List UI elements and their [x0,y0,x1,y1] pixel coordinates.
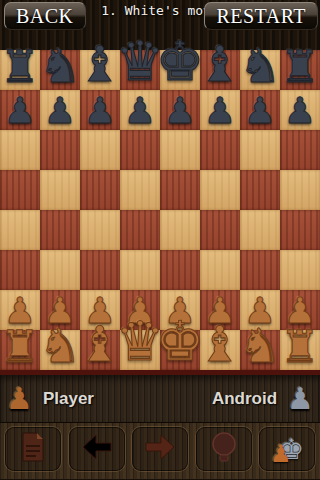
square-d4[interactable] [120,210,160,250]
hint-button[interactable] [196,427,252,471]
square-f8[interactable]: ♝ [200,50,240,90]
black-player-name: Android [212,389,277,409]
chess-pieces-icon: ♚ ♟ [270,432,304,466]
square-d5[interactable] [120,170,160,210]
piece-white-rook[interactable]: ♜ [0,325,39,369]
square-c5[interactable] [80,170,120,210]
square-g5[interactable] [240,170,280,210]
piece-white-knight[interactable]: ♞ [39,322,81,369]
piece-black-pawn[interactable]: ♟ [84,93,116,129]
piece-black-rook[interactable]: ♜ [0,45,39,89]
arrow-left-icon [82,434,112,464]
square-f1[interactable]: ♝ [200,330,240,370]
square-e8[interactable]: ♚ [160,50,200,90]
square-h4[interactable] [280,210,320,250]
piece-black-pawn[interactable]: ♟ [244,93,276,129]
square-d6[interactable] [120,130,160,170]
square-g4[interactable] [240,210,280,250]
square-h8[interactable]: ♜ [280,50,320,90]
square-e1[interactable]: ♚ [160,330,200,370]
square-h7[interactable]: ♟ [280,90,320,130]
square-a1[interactable]: ♜ [0,330,40,370]
square-f5[interactable] [200,170,240,210]
square-c3[interactable] [80,250,120,290]
square-f6[interactable] [200,130,240,170]
square-g6[interactable] [240,130,280,170]
chess-app-screen: BACK 1. White's move RESTART ♜♞♝♛♚♝♞♜♟♟♟… [0,0,320,480]
square-b7[interactable]: ♟ [40,90,80,130]
square-a3[interactable] [0,250,40,290]
redo-move-button[interactable] [132,427,188,471]
piece-white-knight[interactable]: ♞ [239,322,281,369]
black-pawn-icon: ♟ [287,384,314,414]
square-e6[interactable] [160,130,200,170]
square-e4[interactable] [160,210,200,250]
square-c7[interactable]: ♟ [80,90,120,130]
square-b8[interactable]: ♞ [40,50,80,90]
square-f4[interactable] [200,210,240,250]
arrow-right-icon [145,434,175,464]
piece-black-knight[interactable]: ♞ [239,42,281,89]
square-a7[interactable]: ♟ [0,90,40,130]
square-f7[interactable]: ♟ [200,90,240,130]
piece-black-pawn[interactable]: ♟ [44,93,76,129]
square-e3[interactable] [160,250,200,290]
piece-black-king[interactable]: ♚ [156,35,204,89]
square-b5[interactable] [40,170,80,210]
piece-black-pawn[interactable]: ♟ [284,93,316,129]
square-g7[interactable]: ♟ [240,90,280,130]
piece-white-bishop[interactable]: ♝ [198,320,242,369]
square-a5[interactable] [0,170,40,210]
piece-black-pawn[interactable]: ♟ [164,93,196,129]
undo-move-button[interactable] [69,427,125,471]
square-d3[interactable] [120,250,160,290]
piece-black-knight[interactable]: ♞ [39,42,81,89]
players-bar: ♟ Player Android ♟ [0,375,320,423]
square-b6[interactable] [40,130,80,170]
piece-white-king[interactable]: ♚ [156,315,204,369]
square-e7[interactable]: ♟ [160,90,200,130]
square-h6[interactable] [280,130,320,170]
white-pawn-icon: ♟ [6,384,33,414]
square-c6[interactable] [80,130,120,170]
square-g3[interactable] [240,250,280,290]
move-list-button[interactable] [5,427,61,471]
square-b3[interactable] [40,250,80,290]
restart-button[interactable]: RESTART [204,2,318,30]
square-c4[interactable] [80,210,120,250]
piece-black-rook[interactable]: ♜ [280,45,319,89]
white-player-name: Player [43,389,94,409]
piece-black-bishop[interactable]: ♝ [198,40,242,89]
square-h1[interactable]: ♜ [280,330,320,370]
back-button[interactable]: BACK [4,2,86,30]
chess-board: ♜♞♝♛♚♝♞♜♟♟♟♟♟♟♟♟♟♟♟♟♟♟♟♟♜♞♝♛♚♝♞♜ [0,50,320,375]
square-g8[interactable]: ♞ [240,50,280,90]
piece-black-pawn[interactable]: ♟ [4,93,36,129]
square-d8[interactable]: ♛ [120,50,160,90]
square-c8[interactable]: ♝ [80,50,120,90]
square-c1[interactable]: ♝ [80,330,120,370]
move-status-text: 1. White's move [101,3,218,18]
square-f3[interactable] [200,250,240,290]
document-icon [20,432,46,466]
square-a6[interactable] [0,130,40,170]
bronze-pawn-icon: ♟ [270,442,292,466]
square-h3[interactable] [280,250,320,290]
square-d1[interactable]: ♛ [120,330,160,370]
square-e5[interactable] [160,170,200,210]
side-select-button[interactable]: ♚ ♟ [259,427,315,471]
square-a8[interactable]: ♜ [0,50,40,90]
square-a4[interactable] [0,210,40,250]
square-d7[interactable]: ♟ [120,90,160,130]
square-h5[interactable] [280,170,320,210]
square-b1[interactable]: ♞ [40,330,80,370]
piece-white-rook[interactable]: ♜ [280,325,319,369]
bottom-toolbar: ♚ ♟ [0,423,320,479]
square-b4[interactable] [40,210,80,250]
piece-black-pawn[interactable]: ♟ [124,93,156,129]
square-g1[interactable]: ♞ [240,330,280,370]
lightbulb-icon [210,432,238,466]
piece-black-pawn[interactable]: ♟ [204,93,236,129]
